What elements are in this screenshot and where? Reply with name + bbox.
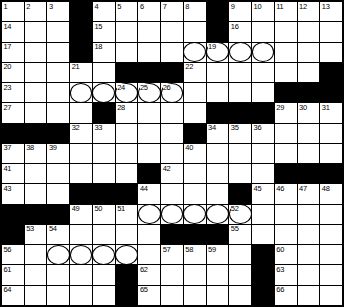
clue-number: 43	[4, 185, 13, 193]
grid-cell[interactable]: 40	[184, 144, 206, 163]
grid-cell[interactable]: 27	[2, 103, 24, 122]
black-cell	[25, 124, 47, 143]
black-cell	[207, 22, 229, 41]
grid-cell[interactable]	[47, 22, 69, 41]
clue-number: 40	[185, 144, 194, 152]
grid-cell[interactable]: 37	[2, 144, 24, 163]
grid-cell[interactable]	[161, 124, 183, 143]
grid-cell[interactable]	[252, 225, 274, 244]
black-cell	[298, 83, 320, 102]
grid-cell[interactable]	[275, 63, 297, 82]
grid-cell[interactable]	[275, 144, 297, 163]
clue-number: 59	[208, 246, 217, 254]
clue-number: 19	[208, 43, 217, 51]
black-cell	[116, 265, 138, 284]
grid-cell[interactable]: 47	[298, 184, 320, 203]
grid-cell[interactable]	[116, 225, 138, 244]
circled-cell[interactable]	[93, 245, 115, 264]
grid-cell[interactable]	[320, 245, 342, 264]
grid-cell[interactable]	[138, 103, 160, 122]
grid-cell[interactable]	[161, 22, 183, 41]
grid-cell[interactable]	[298, 63, 320, 82]
clue-number: 6	[140, 3, 145, 11]
grid-cell[interactable]: 43	[2, 184, 24, 203]
grid-cell[interactable]	[320, 265, 342, 284]
grid-cell[interactable]: 11	[275, 2, 297, 21]
grid-cell[interactable]	[25, 245, 47, 264]
grid-cell[interactable]: 49	[70, 205, 92, 224]
grid-cell[interactable]	[207, 83, 229, 102]
grid-cell[interactable]	[229, 245, 251, 264]
grid-cell[interactable]: 17	[2, 43, 24, 62]
grid-cell[interactable]	[252, 164, 274, 183]
grid-cell[interactable]: 31	[320, 103, 342, 122]
circled-cell[interactable]	[161, 205, 183, 224]
grid-cell[interactable]	[93, 225, 115, 244]
circle-marker	[229, 42, 252, 62]
grid-cell[interactable]	[116, 144, 138, 163]
clue-number: 8	[185, 3, 190, 11]
grid-cell[interactable]	[275, 124, 297, 143]
black-cell	[25, 205, 47, 224]
black-cell	[2, 205, 24, 224]
grid-cell[interactable]: 38	[25, 144, 47, 163]
clue-number: 9	[231, 3, 236, 11]
circle-marker	[206, 204, 229, 224]
grid-cell[interactable]	[298, 265, 320, 284]
circled-cell[interactable]: 26	[161, 83, 183, 102]
grid-cell[interactable]	[207, 164, 229, 183]
circled-cell[interactable]	[229, 43, 251, 62]
grid-cell[interactable]: 2	[25, 2, 47, 21]
clue-number: 26	[163, 84, 172, 92]
grid-cell[interactable]: 3	[47, 2, 69, 21]
grid-cell[interactable]	[275, 22, 297, 41]
black-cell	[116, 63, 138, 82]
black-cell	[93, 103, 115, 122]
clue-number: 65	[140, 286, 149, 294]
grid-cell[interactable]	[320, 124, 342, 143]
clue-number: 46	[276, 185, 285, 193]
clue-number: 27	[4, 104, 13, 112]
grid-cell[interactable]	[25, 43, 47, 62]
grid-cell[interactable]	[138, 144, 160, 163]
grid-cell[interactable]	[47, 164, 69, 183]
grid-cell[interactable]	[25, 286, 47, 305]
grid-cell[interactable]	[275, 205, 297, 224]
grid-cell[interactable]	[229, 265, 251, 284]
clue-number: 7	[163, 3, 168, 11]
grid-cell[interactable]: 61	[2, 265, 24, 284]
clue-number: 47	[299, 185, 308, 193]
grid-cell[interactable]	[298, 43, 320, 62]
grid-cell[interactable]	[138, 124, 160, 143]
circle-marker	[92, 245, 115, 265]
grid-cell[interactable]	[184, 164, 206, 183]
grid-cell[interactable]	[93, 265, 115, 284]
black-cell	[275, 83, 297, 102]
clue-number: 56	[4, 246, 13, 254]
black-cell	[252, 245, 274, 264]
grid-cell[interactable]	[93, 63, 115, 82]
grid-cell[interactable]: 34	[207, 124, 229, 143]
grid-cell[interactable]: 4	[93, 2, 115, 21]
grid-cell[interactable]: 42	[161, 164, 183, 183]
grid-cell[interactable]	[138, 22, 160, 41]
black-cell	[320, 83, 342, 102]
clue-number: 23	[4, 84, 13, 92]
circled-cell[interactable]: 52	[229, 205, 251, 224]
black-cell	[184, 124, 206, 143]
black-cell	[229, 103, 251, 122]
grid-cell[interactable]	[207, 63, 229, 82]
clue-number: 20	[4, 63, 13, 71]
clue-number: 63	[276, 266, 285, 274]
grid-cell[interactable]	[47, 103, 69, 122]
grid-cell[interactable]: 57	[161, 245, 183, 264]
grid-cell[interactable]: 32	[70, 124, 92, 143]
grid-cell[interactable]: 30	[298, 103, 320, 122]
clue-number: 17	[4, 43, 13, 51]
circle-marker	[92, 83, 115, 103]
grid-cell[interactable]	[93, 164, 115, 183]
grid-cell[interactable]: 59	[207, 245, 229, 264]
grid-cell[interactable]: 29	[275, 103, 297, 122]
grid-cell[interactable]: 63	[275, 265, 297, 284]
grid-cell[interactable]	[25, 184, 47, 203]
grid-cell[interactable]: 39	[47, 144, 69, 163]
clue-number: 11	[276, 3, 284, 11]
grid-cell[interactable]	[252, 205, 274, 224]
black-cell	[2, 124, 24, 143]
clue-number: 42	[163, 165, 172, 173]
grid-cell[interactable]	[47, 265, 69, 284]
grid-cell[interactable]	[184, 83, 206, 102]
grid-cell[interactable]	[25, 164, 47, 183]
clue-number: 22	[185, 63, 194, 71]
clue-number: 61	[4, 266, 13, 274]
clue-number: 35	[231, 124, 240, 132]
grid-cell[interactable]	[298, 245, 320, 264]
grid-cell[interactable]: 8	[184, 2, 206, 21]
grid-cell[interactable]: 15	[93, 22, 115, 41]
grid-cell[interactable]	[229, 286, 251, 305]
grid-cell[interactable]	[47, 63, 69, 82]
black-cell	[298, 164, 320, 183]
grid-cell[interactable]: 41	[2, 164, 24, 183]
grid-cell[interactable]	[252, 144, 274, 163]
grid-cell[interactable]: 56	[2, 245, 24, 264]
black-cell	[252, 103, 274, 122]
grid-cell[interactable]	[320, 205, 342, 224]
grid-cell[interactable]	[207, 144, 229, 163]
grid-cell[interactable]: 35	[229, 124, 251, 143]
grid-cell[interactable]	[184, 103, 206, 122]
grid-cell[interactable]: 33	[93, 124, 115, 143]
grid-cell[interactable]	[25, 63, 47, 82]
clue-number: 30	[299, 104, 308, 112]
crossword-board: 1234567891011121314151617181920212223242…	[0, 0, 344, 307]
grid-cell[interactable]: 65	[138, 286, 160, 305]
circled-cell[interactable]	[47, 245, 69, 264]
clue-number: 57	[163, 246, 172, 254]
grid-cell[interactable]	[298, 205, 320, 224]
grid-cell[interactable]	[116, 164, 138, 183]
grid-cell[interactable]: 60	[275, 245, 297, 264]
circle-marker	[183, 204, 206, 224]
clue-number: 2	[26, 3, 31, 11]
grid-cell[interactable]	[320, 22, 342, 41]
clue-number: 38	[26, 144, 35, 152]
grid-cell[interactable]: 48	[320, 184, 342, 203]
grid-cell[interactable]	[320, 225, 342, 244]
grid-cell[interactable]	[298, 124, 320, 143]
grid-cell[interactable]	[275, 225, 297, 244]
grid-cell[interactable]: 22	[184, 63, 206, 82]
grid-cell[interactable]: 18	[93, 43, 115, 62]
grid-cell[interactable]: 13	[320, 2, 342, 21]
grid-cell[interactable]: 45	[252, 184, 274, 203]
circled-cell[interactable]	[70, 245, 92, 264]
grid-cell[interactable]	[298, 144, 320, 163]
grid-cell[interactable]	[116, 43, 138, 62]
grid-cell[interactable]	[252, 22, 274, 41]
grid-cell[interactable]	[298, 225, 320, 244]
black-cell	[184, 225, 206, 244]
black-cell	[320, 63, 342, 82]
circle-marker	[161, 204, 184, 224]
grid-cell[interactable]	[229, 144, 251, 163]
clue-number: 66	[276, 286, 285, 294]
circled-cell[interactable]	[116, 245, 138, 264]
clue-number: 5	[117, 3, 122, 11]
grid-cell[interactable]	[47, 184, 69, 203]
grid-cell[interactable]: 64	[2, 286, 24, 305]
clue-number: 16	[231, 23, 240, 31]
circled-cell[interactable]	[93, 83, 115, 102]
circled-cell[interactable]: 19	[207, 43, 229, 62]
clue-number: 51	[117, 205, 126, 213]
clue-number: 12	[299, 3, 308, 11]
grid-cell[interactable]	[207, 184, 229, 203]
grid-cell[interactable]	[161, 144, 183, 163]
clue-number: 25	[140, 84, 149, 92]
grid-cell[interactable]	[184, 184, 206, 203]
circle-marker	[138, 204, 161, 224]
grid-cell[interactable]	[161, 184, 183, 203]
clue-number: 49	[72, 205, 81, 213]
grid-cell[interactable]: 14	[2, 22, 24, 41]
clue-number: 50	[94, 205, 103, 213]
grid-cell[interactable]	[25, 83, 47, 102]
grid-cell[interactable]	[161, 103, 183, 122]
black-cell	[116, 184, 138, 203]
grid-cell[interactable]: 46	[275, 184, 297, 203]
circle-marker	[183, 42, 206, 62]
grid-cell[interactable]	[70, 164, 92, 183]
grid-cell[interactable]	[93, 286, 115, 305]
grid-cell[interactable]	[161, 286, 183, 305]
grid-cell[interactable]	[252, 83, 274, 102]
clue-number: 45	[254, 185, 263, 193]
grid-cell[interactable]: 66	[275, 286, 297, 305]
grid-cell[interactable]	[70, 225, 92, 244]
grid-cell[interactable]	[70, 286, 92, 305]
grid-cell[interactable]	[298, 286, 320, 305]
clue-number: 18	[94, 43, 103, 51]
circled-cell[interactable]	[184, 205, 206, 224]
black-cell	[70, 22, 92, 41]
black-cell	[207, 103, 229, 122]
clue-number: 44	[140, 185, 149, 193]
grid-cell[interactable]: 20	[2, 63, 24, 82]
black-cell	[161, 63, 183, 82]
black-cell	[320, 164, 342, 183]
grid-cell[interactable]: 54	[47, 225, 69, 244]
grid-cell[interactable]: 1	[2, 2, 24, 21]
grid-cell[interactable]	[25, 22, 47, 41]
grid-cell[interactable]	[116, 124, 138, 143]
grid-cell[interactable]: 7	[161, 2, 183, 21]
circled-cell[interactable]	[252, 43, 274, 62]
clue-number: 29	[276, 104, 285, 112]
clue-number: 34	[208, 124, 217, 132]
black-cell	[207, 2, 229, 21]
grid-cell[interactable]: 58	[184, 245, 206, 264]
grid-cell[interactable]	[116, 22, 138, 41]
circle-marker	[252, 42, 275, 62]
grid-cell[interactable]: 55	[229, 225, 251, 244]
clue-number: 3	[49, 3, 54, 11]
grid-cell[interactable]	[161, 43, 183, 62]
black-cell	[275, 164, 297, 183]
clue-number: 37	[4, 144, 13, 152]
grid-cell[interactable]	[47, 43, 69, 62]
black-cell	[229, 184, 251, 203]
grid-cell[interactable]	[25, 103, 47, 122]
clue-number: 48	[322, 185, 331, 193]
clue-number: 62	[140, 266, 149, 274]
grid-cell[interactable]: 9	[229, 2, 251, 21]
grid-cell[interactable]: 10	[252, 2, 274, 21]
grid-cell[interactable]: 21	[70, 63, 92, 82]
black-cell	[138, 164, 160, 183]
grid-cell[interactable]	[70, 144, 92, 163]
grid-cell[interactable]	[320, 144, 342, 163]
circle-marker	[47, 245, 70, 265]
clue-number: 54	[49, 225, 58, 233]
grid-cell[interactable]	[229, 83, 251, 102]
black-cell	[47, 124, 69, 143]
black-cell	[70, 43, 92, 62]
grid-cell[interactable]	[138, 225, 160, 244]
clue-number: 32	[72, 124, 81, 132]
circled-cell[interactable]	[207, 205, 229, 224]
grid-cell[interactable]	[138, 245, 160, 264]
clue-number: 13	[322, 3, 331, 11]
black-cell	[252, 265, 274, 284]
circled-cell[interactable]	[70, 83, 92, 102]
grid-cell[interactable]	[252, 63, 274, 82]
circled-cell[interactable]: 24	[116, 83, 138, 102]
black-cell	[252, 286, 274, 305]
grid-cell[interactable]	[320, 43, 342, 62]
clue-number: 1	[4, 3, 9, 11]
grid-cell[interactable]	[161, 265, 183, 284]
clue-number: 58	[185, 246, 194, 254]
grid-cell[interactable]: 23	[2, 83, 24, 102]
grid-cell[interactable]: 6	[138, 2, 160, 21]
grid-cell[interactable]	[320, 286, 342, 305]
grid-cell[interactable]	[138, 43, 160, 62]
black-cell	[161, 225, 183, 244]
grid-cell[interactable]	[229, 63, 251, 82]
black-cell	[70, 2, 92, 21]
clue-number: 31	[322, 104, 331, 112]
grid-cell[interactable]: 36	[252, 124, 274, 143]
circle-marker	[70, 83, 93, 103]
circle-marker	[70, 245, 93, 265]
grid-cell[interactable]	[93, 144, 115, 163]
circled-cell[interactable]	[138, 205, 160, 224]
grid-cell[interactable]	[184, 265, 206, 284]
crossword-grid: 1234567891011121314151617181920212223242…	[0, 0, 344, 307]
clue-number: 55	[231, 225, 240, 233]
grid-cell[interactable]: 16	[229, 22, 251, 41]
circle-marker	[115, 245, 138, 265]
clue-number: 33	[94, 124, 103, 132]
clue-number: 36	[254, 124, 263, 132]
clue-number: 10	[254, 3, 263, 11]
black-cell	[47, 205, 69, 224]
grid-cell[interactable]	[207, 286, 229, 305]
grid-cell[interactable]: 44	[138, 184, 160, 203]
grid-cell[interactable]: 53	[25, 225, 47, 244]
clue-number: 24	[117, 84, 126, 92]
grid-cell[interactable]	[184, 22, 206, 41]
grid-cell[interactable]: 50	[93, 205, 115, 224]
grid-cell[interactable]	[70, 103, 92, 122]
grid-cell[interactable]: 5	[116, 2, 138, 21]
grid-cell[interactable]: 62	[138, 265, 160, 284]
clue-number: 15	[94, 23, 103, 31]
grid-cell[interactable]	[207, 265, 229, 284]
clue-number: 41	[4, 165, 13, 173]
grid-cell[interactable]: 12	[298, 2, 320, 21]
grid-cell[interactable]	[47, 286, 69, 305]
circled-cell[interactable]	[184, 43, 206, 62]
clue-number: 14	[4, 23, 13, 31]
black-cell	[93, 184, 115, 203]
grid-cell[interactable]	[229, 164, 251, 183]
clue-number: 53	[26, 225, 35, 233]
black-cell	[2, 225, 24, 244]
grid-cell[interactable]	[25, 265, 47, 284]
clue-number: 28	[117, 104, 126, 112]
grid-cell[interactable]: 28	[116, 103, 138, 122]
grid-cell[interactable]	[47, 83, 69, 102]
clue-number: 60	[276, 246, 285, 254]
circled-cell[interactable]: 25	[138, 83, 160, 102]
grid-cell[interactable]	[298, 22, 320, 41]
clue-number: 4	[94, 3, 99, 11]
grid-cell[interactable]: 51	[116, 205, 138, 224]
grid-cell[interactable]	[275, 43, 297, 62]
clue-number: 64	[4, 286, 13, 294]
grid-cell[interactable]	[184, 286, 206, 305]
grid-cell[interactable]	[70, 265, 92, 284]
black-cell	[138, 63, 160, 82]
